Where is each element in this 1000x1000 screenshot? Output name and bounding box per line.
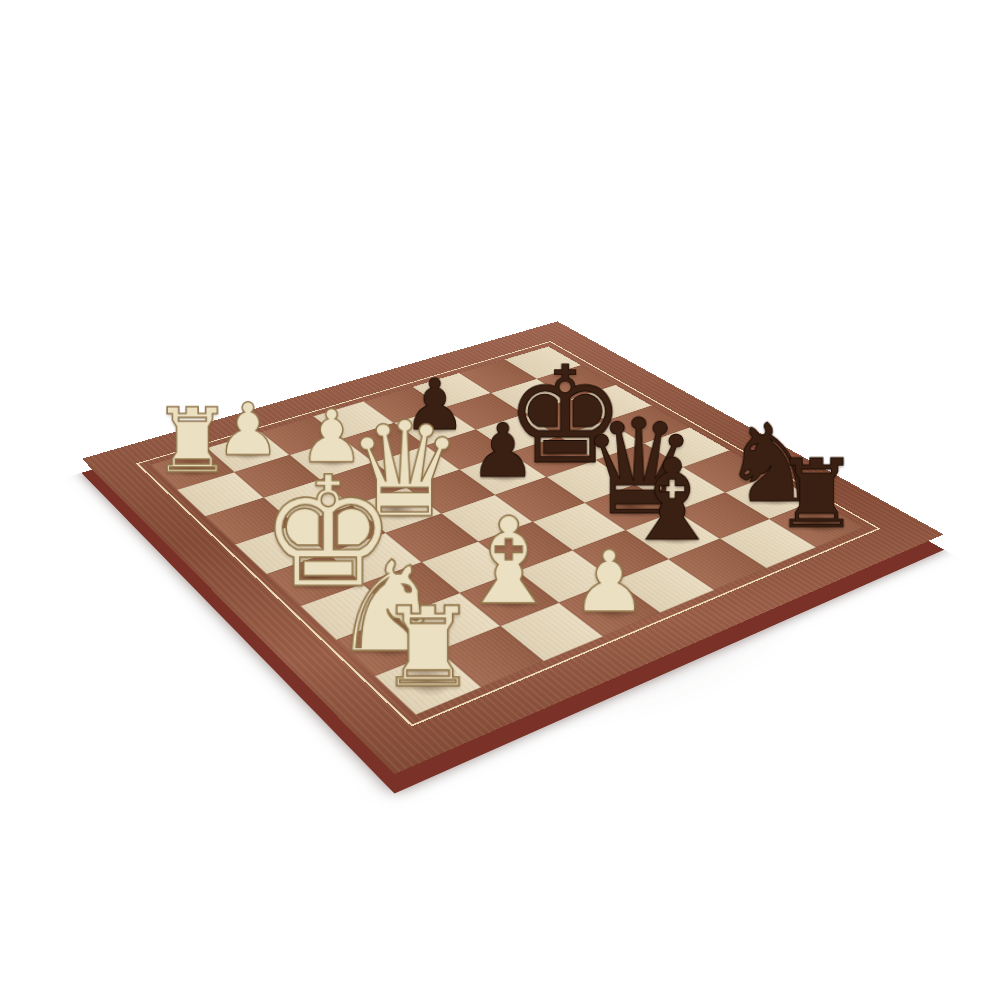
board-grid: ♞♜♚♛♝♟♟♟♟♛♝♟♜♚♞♜ [150, 346, 864, 714]
scene: ♞♜♚♛♝♟♟♟♟♛♝♟♜♚♞♜ [0, 0, 1000, 1000]
square-a1[interactable]: ♜ [150, 448, 234, 490]
square-d5[interactable]: ♟ [459, 453, 546, 495]
board-accent-line: ♞♜♚♛♝♟♟♟♟♛♝♟♜♚♞♜ [136, 341, 880, 726]
square-h1[interactable]: ♜ [375, 650, 482, 714]
chess-board: ♞♜♚♛♝♟♟♟♟♛♝♟♜♚♞♜ [82, 321, 944, 774]
square-h4[interactable]: ♟ [559, 580, 660, 636]
